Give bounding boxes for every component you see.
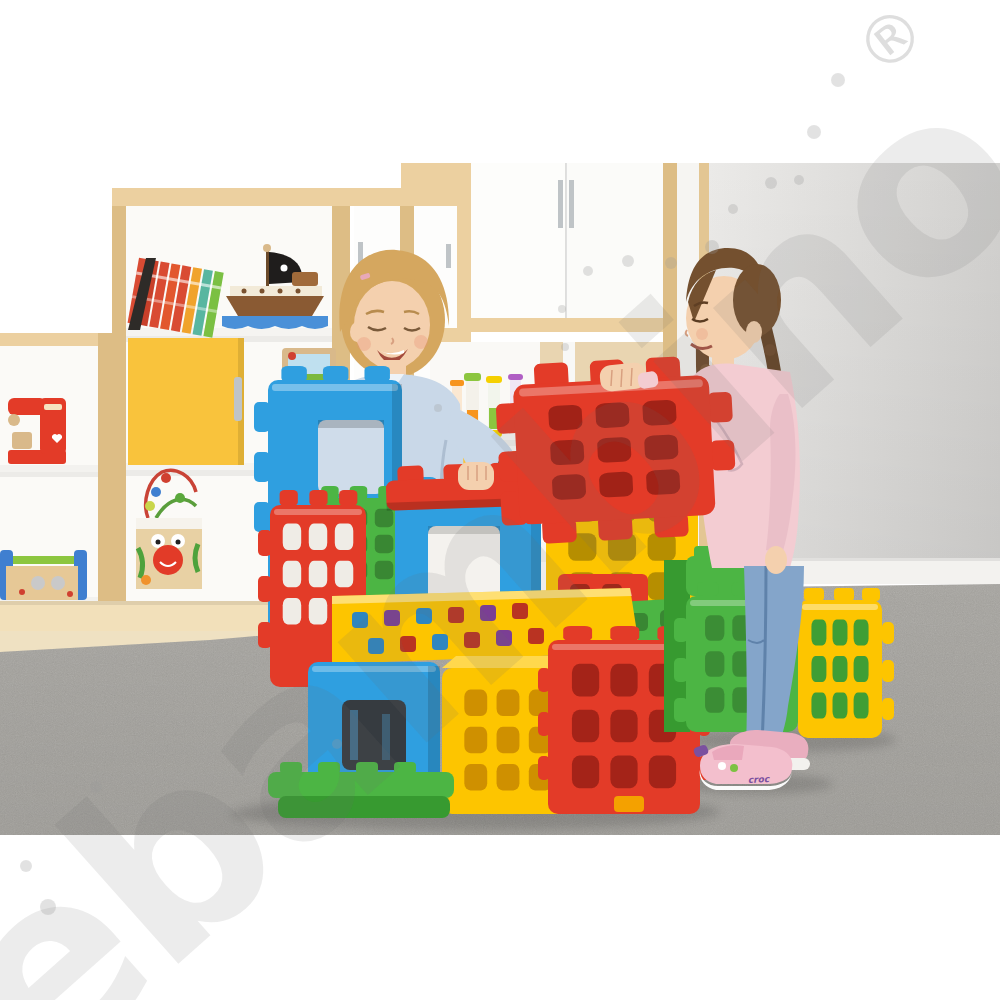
yellow-door-handle bbox=[234, 377, 242, 421]
shelving-unit-low bbox=[0, 333, 112, 631]
door-gap bbox=[565, 163, 567, 318]
orange-tab bbox=[614, 796, 644, 812]
toy-tool-caddy bbox=[0, 550, 87, 600]
shoe-brand-text: croc bbox=[748, 774, 770, 785]
yellow-cabinet-door bbox=[128, 338, 244, 465]
scene-svg: croc moje bbox=[0, 0, 1000, 1000]
product-photo: croc moje bbox=[0, 0, 1000, 1000]
girl-left-face bbox=[354, 281, 430, 369]
wardrobe-handle-right bbox=[569, 180, 574, 228]
window-opening bbox=[318, 420, 384, 494]
block-yellow-right bbox=[798, 588, 894, 738]
wardrobe-handle-left bbox=[558, 180, 563, 228]
girl-right-hand-down bbox=[765, 546, 787, 574]
